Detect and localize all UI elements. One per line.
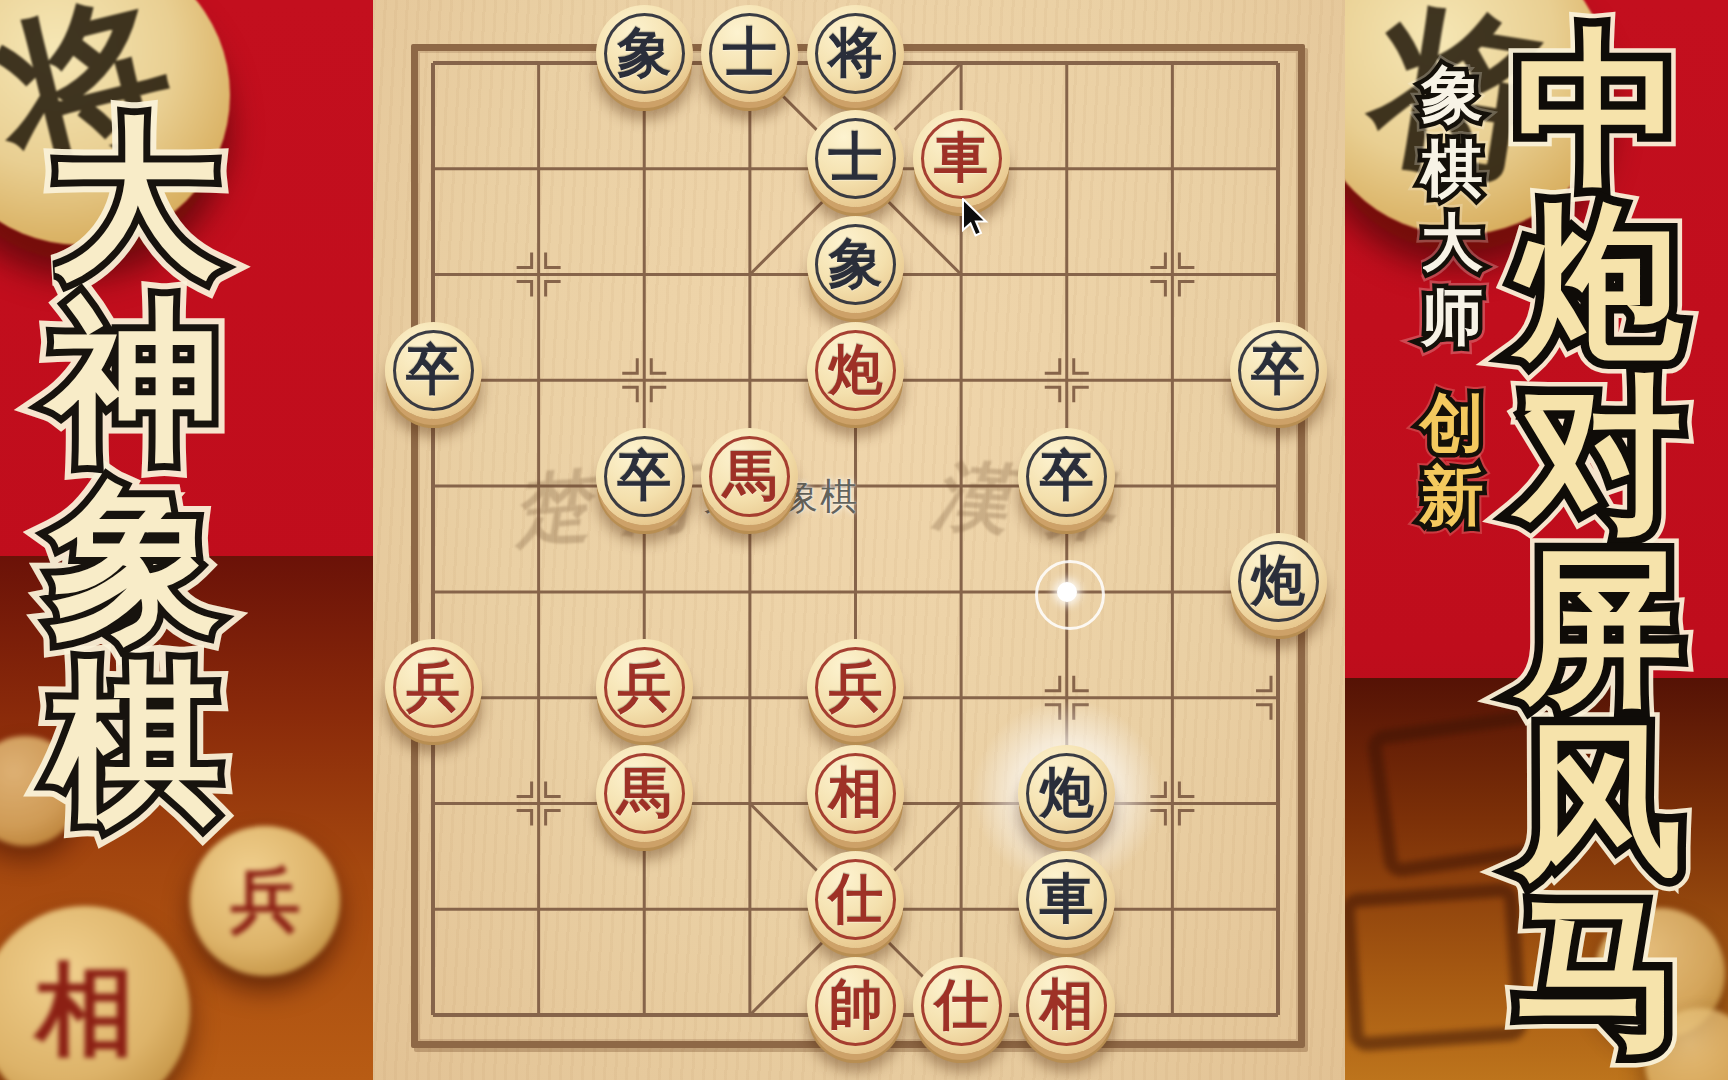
piece-red-兵-c2r6[interactable]: 兵 [596, 639, 693, 736]
piece-red-馬-c3r4[interactable]: 馬 [701, 428, 798, 525]
piece-glyph: 炮 [1040, 757, 1094, 830]
piece-glyph: 兵 [617, 651, 671, 724]
app-canvas: 将 兵 相 大 神 象 棋大 神 象 棋大 神 象 棋 楚河 漢界 大神象棋 象… [0, 0, 1728, 1080]
piece-red-兵-c4r6[interactable]: 兵 [807, 639, 904, 736]
piece-glyph: 炮 [829, 334, 883, 407]
left-poster-panel: 将 兵 相 大 神 象 棋大 神 象 棋大 神 象 棋 [0, 0, 373, 1080]
piece-red-馬-c2r7[interactable]: 馬 [596, 745, 693, 842]
piece-red-仕-c5r9[interactable]: 仕 [913, 957, 1010, 1054]
piece-black-象-c4r2[interactable]: 象 [807, 216, 904, 313]
piece-glyph: 将 [829, 17, 883, 90]
piece-red-車-c5r1[interactable]: 車 [913, 110, 1010, 207]
piece-glyph: 卒 [1251, 334, 1305, 407]
piece-black-象-c2r0[interactable]: 象 [596, 5, 693, 102]
piece-glyph: 相 [829, 757, 883, 830]
piece-red-兵-c0r6[interactable]: 兵 [385, 639, 482, 736]
blurred-piece: 兵 [190, 826, 340, 976]
piece-glyph: 兵 [829, 651, 883, 724]
piece-glyph: 帥 [829, 969, 883, 1042]
title-text-layer: 中 炮 对 屏 风 马 [1511, 22, 1687, 1060]
move-target-dot [1057, 582, 1077, 602]
piece-black-卒-c0r3[interactable]: 卒 [385, 322, 482, 419]
piece-black-車-c6r8[interactable]: 車 [1018, 851, 1115, 948]
piece-glyph: 仕 [829, 863, 883, 936]
title-text-layer: 大 神 象 棋 [22, 108, 248, 832]
blurred-piece: 相 [0, 906, 190, 1080]
piece-glyph: 仕 [934, 969, 988, 1042]
right-poster-panel: 将 象 棋 大 师象 棋 大 师象 棋 大 师 创 新创 新创 新 中 炮 对 … [1345, 0, 1728, 1080]
title-text-layer: 创 新 [1407, 386, 1497, 532]
piece-glyph: 士 [723, 17, 777, 90]
piece-glyph: 卒 [1040, 440, 1094, 513]
piece-black-卒-c8r3[interactable]: 卒 [1230, 322, 1327, 419]
piece-glyph: 馬 [723, 440, 777, 513]
piece-red-仕-c4r8[interactable]: 仕 [807, 851, 904, 948]
piece-glyph: 士 [829, 122, 883, 195]
carved-board-detail [1345, 882, 1528, 1052]
piece-black-卒-c6r4[interactable]: 卒 [1018, 428, 1115, 525]
piece-glyph: 炮 [1251, 545, 1305, 618]
piece-glyph: 卒 [406, 334, 460, 407]
piece-glyph: 兵 [406, 651, 460, 724]
piece-glyph: 象 [617, 17, 671, 90]
piece-red-炮-c4r3[interactable]: 炮 [807, 322, 904, 419]
piece-glyph: 車 [934, 122, 988, 195]
piece-red-相-c6r9[interactable]: 相 [1018, 957, 1115, 1054]
piece-black-卒-c2r4[interactable]: 卒 [596, 428, 693, 525]
piece-red-帥-c4r9[interactable]: 帥 [807, 957, 904, 1054]
piece-black-将-c4r0[interactable]: 将 [807, 5, 904, 102]
piece-black-炮-c8r5[interactable]: 炮 [1230, 533, 1327, 630]
xiangqi-board[interactable]: 楚河 漢界 大神象棋 象士将士車象卒炮卒卒馬卒炮兵兵兵馬相炮仕車帥仕相 [373, 0, 1345, 1080]
piece-glyph: 相 [1040, 969, 1094, 1042]
piece-glyph: 象 [829, 228, 883, 301]
title-text-layer: 象 棋 大 师 [1407, 58, 1497, 354]
piece-black-炮-c6r7[interactable]: 炮 [1018, 745, 1115, 842]
piece-red-相-c4r7[interactable]: 相 [807, 745, 904, 842]
piece-glyph: 車 [1040, 863, 1094, 936]
piece-glyph: 馬 [617, 757, 671, 830]
piece-black-士-c4r1[interactable]: 士 [807, 110, 904, 207]
piece-glyph: 卒 [617, 440, 671, 513]
piece-black-士-c3r0[interactable]: 士 [701, 5, 798, 102]
mouse-cursor [962, 198, 992, 242]
